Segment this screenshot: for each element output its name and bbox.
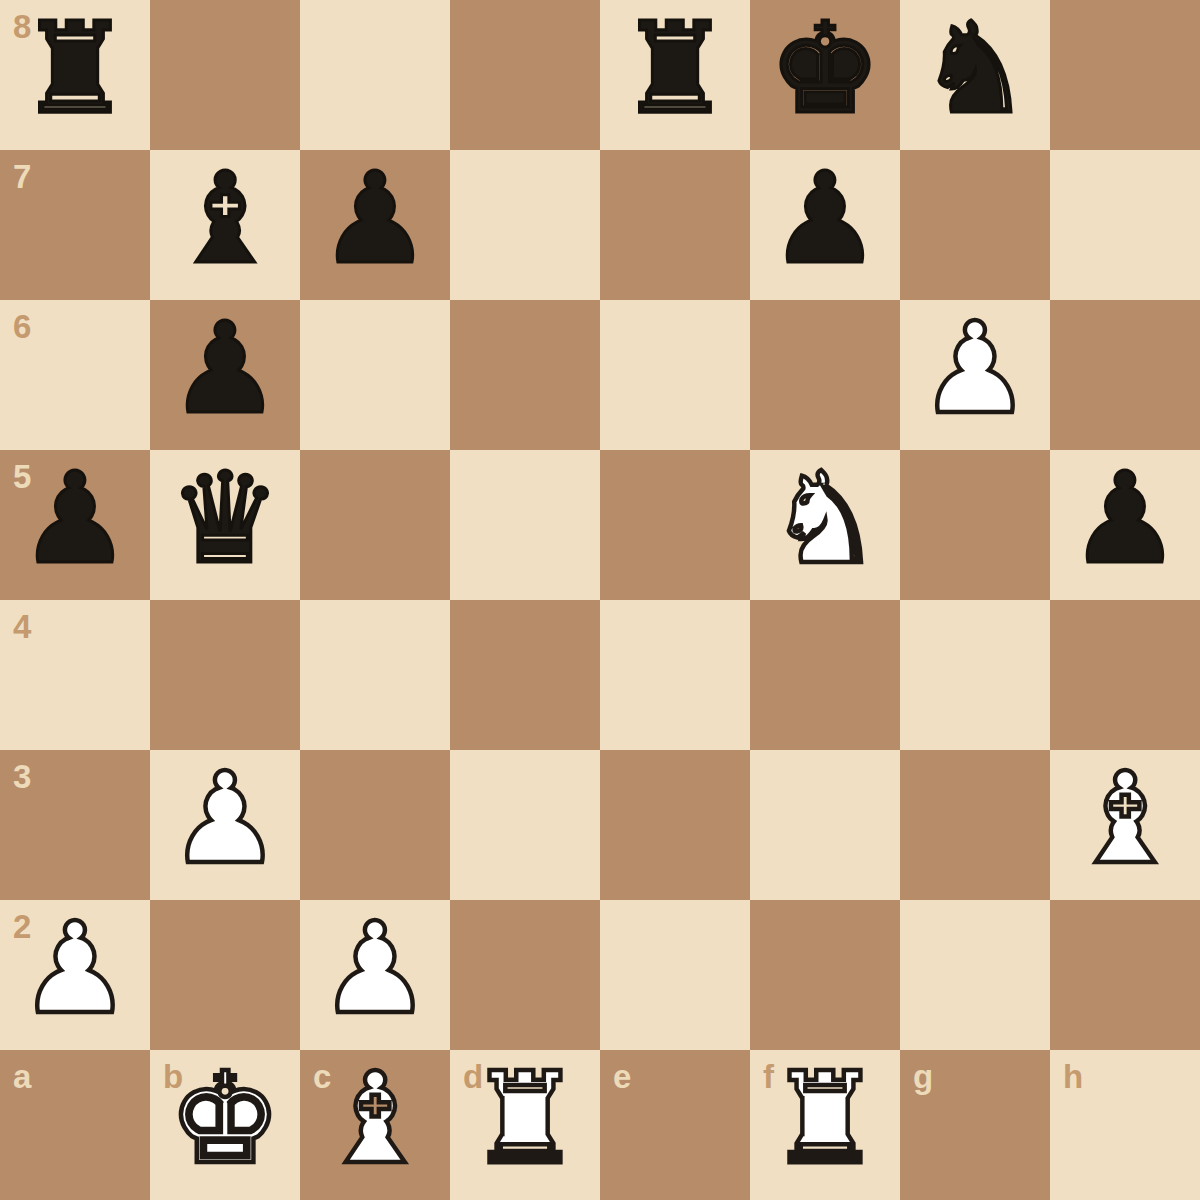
piece-black-bishop[interactable]: ♝	[169, 144, 282, 294]
square-a2[interactable]: 2♟	[0, 900, 150, 1050]
square-g4[interactable]	[900, 600, 1050, 750]
piece-white-pawn[interactable]: ♟	[919, 294, 1032, 444]
piece-white-rook[interactable]: ♜	[769, 1044, 882, 1194]
square-e3[interactable]	[600, 750, 750, 900]
square-d2[interactable]	[450, 900, 600, 1050]
square-b8[interactable]	[150, 0, 300, 150]
piece-black-pawn[interactable]: ♟	[1069, 444, 1182, 594]
piece-black-pawn[interactable]: ♟	[319, 144, 432, 294]
piece-black-pawn[interactable]: ♟	[769, 144, 882, 294]
file-label-g: g	[913, 1060, 933, 1093]
piece-white-pawn[interactable]: ♟	[19, 894, 132, 1044]
piece-black-pawn[interactable]: ♟	[19, 444, 132, 594]
square-f4[interactable]	[750, 600, 900, 750]
square-c4[interactable]	[300, 600, 450, 750]
square-d6[interactable]	[450, 300, 600, 450]
piece-black-rook[interactable]: ♜	[19, 0, 132, 144]
square-e2[interactable]	[600, 900, 750, 1050]
square-e6[interactable]	[600, 300, 750, 450]
square-c3[interactable]	[300, 750, 450, 900]
square-b4[interactable]	[150, 600, 300, 750]
square-b7[interactable]: ♝	[150, 150, 300, 300]
square-d5[interactable]	[450, 450, 600, 600]
square-c1[interactable]: c♝	[300, 1050, 450, 1200]
file-label-h: h	[1063, 1060, 1083, 1093]
square-f7[interactable]: ♟	[750, 150, 900, 300]
square-f3[interactable]	[750, 750, 900, 900]
square-h5[interactable]: ♟	[1050, 450, 1200, 600]
square-a5[interactable]: 5♟	[0, 450, 150, 600]
square-a8[interactable]: 8♜	[0, 0, 150, 150]
square-c5[interactable]	[300, 450, 450, 600]
piece-white-pawn[interactable]: ♟	[319, 894, 432, 1044]
square-g2[interactable]	[900, 900, 1050, 1050]
square-g1[interactable]: g	[900, 1050, 1050, 1200]
piece-white-pawn[interactable]: ♟	[169, 744, 282, 894]
square-h6[interactable]	[1050, 300, 1200, 450]
square-h8[interactable]	[1050, 0, 1200, 150]
square-b3[interactable]: ♟	[150, 750, 300, 900]
piece-black-knight[interactable]: ♞	[919, 0, 1032, 144]
square-c6[interactable]	[300, 300, 450, 450]
square-d7[interactable]	[450, 150, 600, 300]
square-f8[interactable]: ♚	[750, 0, 900, 150]
square-c7[interactable]: ♟	[300, 150, 450, 300]
piece-black-queen[interactable]: ♛	[169, 444, 282, 594]
square-g8[interactable]: ♞	[900, 0, 1050, 150]
square-d8[interactable]	[450, 0, 600, 150]
piece-white-knight[interactable]: ♞	[769, 444, 882, 594]
square-f6[interactable]	[750, 300, 900, 450]
piece-white-king[interactable]: ♚	[169, 1044, 282, 1194]
square-b5[interactable]: ♛	[150, 450, 300, 600]
file-label-a: a	[13, 1060, 31, 1093]
square-d3[interactable]	[450, 750, 600, 900]
rank-label-4: 4	[13, 610, 31, 643]
square-h7[interactable]	[1050, 150, 1200, 300]
square-b1[interactable]: b♚	[150, 1050, 300, 1200]
piece-black-pawn[interactable]: ♟	[169, 294, 282, 444]
piece-white-bishop[interactable]: ♝	[1069, 744, 1182, 894]
square-h4[interactable]	[1050, 600, 1200, 750]
square-a7[interactable]: 7	[0, 150, 150, 300]
square-h2[interactable]	[1050, 900, 1200, 1050]
square-a1[interactable]: a	[0, 1050, 150, 1200]
piece-white-bishop[interactable]: ♝	[319, 1044, 432, 1194]
square-g5[interactable]	[900, 450, 1050, 600]
file-label-e: e	[613, 1060, 631, 1093]
square-b6[interactable]: ♟	[150, 300, 300, 450]
square-e5[interactable]	[600, 450, 750, 600]
piece-black-rook[interactable]: ♜	[619, 0, 732, 144]
rank-label-6: 6	[13, 310, 31, 343]
square-a4[interactable]: 4	[0, 600, 150, 750]
square-a3[interactable]: 3	[0, 750, 150, 900]
square-h1[interactable]: h	[1050, 1050, 1200, 1200]
square-g6[interactable]: ♟	[900, 300, 1050, 450]
square-h3[interactable]: ♝	[1050, 750, 1200, 900]
square-d4[interactable]	[450, 600, 600, 750]
square-e7[interactable]	[600, 150, 750, 300]
square-g7[interactable]	[900, 150, 1050, 300]
square-a6[interactable]: 6	[0, 300, 150, 450]
square-d1[interactable]: d♜	[450, 1050, 600, 1200]
square-c2[interactable]: ♟	[300, 900, 450, 1050]
rank-label-7: 7	[13, 160, 31, 193]
rank-label-3: 3	[13, 760, 31, 793]
square-f1[interactable]: f♜	[750, 1050, 900, 1200]
square-e1[interactable]: e	[600, 1050, 750, 1200]
square-f2[interactable]	[750, 900, 900, 1050]
square-e8[interactable]: ♜	[600, 0, 750, 150]
piece-white-rook[interactable]: ♜	[469, 1044, 582, 1194]
square-f5[interactable]: ♞	[750, 450, 900, 600]
square-b2[interactable]	[150, 900, 300, 1050]
piece-black-king[interactable]: ♚	[769, 0, 882, 144]
square-c8[interactable]	[300, 0, 450, 150]
chess-board: 8♜♜♚♞7♝♟♟6♟♟5♟♛♞♟43♟♝2♟♟ab♚c♝d♜ef♜gh	[0, 0, 1200, 1200]
square-g3[interactable]	[900, 750, 1050, 900]
square-e4[interactable]	[600, 600, 750, 750]
